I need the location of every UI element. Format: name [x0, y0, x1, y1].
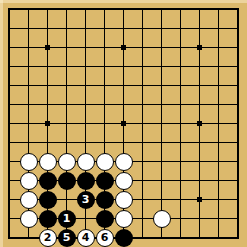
- intersection-c13r8: [228, 133, 247, 152]
- white-stone: [115, 191, 133, 209]
- intersection-c1r7: [0, 114, 19, 133]
- white-stone: [20, 153, 38, 171]
- intersection-c9r8: [152, 133, 171, 152]
- intersection-c5r5: [76, 76, 95, 95]
- intersection-c3r1: [38, 0, 57, 19]
- intersection-c12r13: [209, 228, 228, 247]
- white-stone-move-2: 2: [39, 229, 57, 247]
- intersection-c13r11: [228, 190, 247, 209]
- intersection-c3r7: [38, 114, 57, 133]
- intersection-c4r12: 1: [57, 209, 76, 228]
- intersection-c4r7: [57, 114, 76, 133]
- intersection-c9r6: [152, 95, 171, 114]
- intersection-c6r2: [95, 19, 114, 38]
- intersection-c7r11: [114, 190, 133, 209]
- intersection-c8r13: [133, 228, 152, 247]
- intersection-c13r2: [228, 19, 247, 38]
- intersection-c5r2: [76, 19, 95, 38]
- intersection-c6r9: [95, 152, 114, 171]
- intersection-c9r2: [152, 19, 171, 38]
- intersection-c13r4: [228, 57, 247, 76]
- white-stone-move-6: 6: [96, 229, 114, 247]
- intersection-c3r6: [38, 95, 57, 114]
- intersection-c1r8: [0, 133, 19, 152]
- intersection-c10r7: [171, 114, 190, 133]
- intersection-c13r7: [228, 114, 247, 133]
- intersection-c5r1: [76, 0, 95, 19]
- intersection-c8r9: [133, 152, 152, 171]
- white-stone: [77, 153, 95, 171]
- intersection-c1r11: [0, 190, 19, 209]
- intersection-c5r8: [76, 133, 95, 152]
- intersection-c10r9: [171, 152, 190, 171]
- intersection-c8r6: [133, 95, 152, 114]
- intersection-c13r5: [228, 76, 247, 95]
- intersection-c1r9: [0, 152, 19, 171]
- intersection-c9r13: [152, 228, 171, 247]
- intersection-c11r2: [190, 19, 209, 38]
- star-point: [121, 121, 126, 126]
- intersection-c2r6: [19, 95, 38, 114]
- intersection-c13r13: [228, 228, 247, 247]
- intersection-c5r7: [76, 114, 95, 133]
- white-stone: [20, 191, 38, 209]
- intersection-c3r2: [38, 19, 57, 38]
- white-stone: [58, 153, 76, 171]
- intersection-c3r11: [38, 190, 57, 209]
- intersection-c6r10: [95, 171, 114, 190]
- intersection-c9r9: [152, 152, 171, 171]
- intersection-c6r8: [95, 133, 114, 152]
- intersection-c7r4: [114, 57, 133, 76]
- intersection-c11r5: [190, 76, 209, 95]
- intersection-c8r5: [133, 76, 152, 95]
- intersection-c9r5: [152, 76, 171, 95]
- intersection-c10r4: [171, 57, 190, 76]
- intersection-c8r10: [133, 171, 152, 190]
- intersection-c8r12: [133, 209, 152, 228]
- intersection-c13r10: [228, 171, 247, 190]
- black-stone-move-5: 5: [58, 229, 76, 247]
- board-grid: 312546: [0, 0, 247, 247]
- intersection-c2r7: [19, 114, 38, 133]
- intersection-c3r10: [38, 171, 57, 190]
- intersection-c7r7: [114, 114, 133, 133]
- intersection-c11r9: [190, 152, 209, 171]
- intersection-c12r1: [209, 0, 228, 19]
- intersection-c7r10: [114, 171, 133, 190]
- intersection-c5r11: 3: [76, 190, 95, 209]
- intersection-c7r1: [114, 0, 133, 19]
- intersection-c3r13: 2: [38, 228, 57, 247]
- intersection-c9r1: [152, 0, 171, 19]
- intersection-c3r4: [38, 57, 57, 76]
- intersection-c8r4: [133, 57, 152, 76]
- intersection-c2r1: [19, 0, 38, 19]
- white-stone-move-4: 4: [77, 229, 95, 247]
- intersection-c13r9: [228, 152, 247, 171]
- intersection-c1r6: [0, 95, 19, 114]
- intersection-c3r12: [38, 209, 57, 228]
- intersection-c6r1: [95, 0, 114, 19]
- intersection-c10r10: [171, 171, 190, 190]
- intersection-c3r3: [38, 38, 57, 57]
- intersection-c3r8: [38, 133, 57, 152]
- intersection-c2r5: [19, 76, 38, 95]
- intersection-c10r5: [171, 76, 190, 95]
- intersection-c6r5: [95, 76, 114, 95]
- white-stone: [20, 210, 38, 228]
- intersection-c7r12: [114, 209, 133, 228]
- intersection-c4r5: [57, 76, 76, 95]
- intersection-c8r1: [133, 0, 152, 19]
- white-stone: [115, 210, 133, 228]
- intersection-c1r4: [0, 57, 19, 76]
- black-stone: [58, 172, 76, 190]
- intersection-c1r5: [0, 76, 19, 95]
- star-point: [197, 121, 202, 126]
- intersection-c4r1: [57, 0, 76, 19]
- star-point: [45, 121, 50, 126]
- intersection-c2r8: [19, 133, 38, 152]
- intersection-c13r12: [228, 209, 247, 228]
- intersection-c1r12: [0, 209, 19, 228]
- intersection-c11r7: [190, 114, 209, 133]
- intersection-c4r2: [57, 19, 76, 38]
- white-stone: [96, 153, 114, 171]
- intersection-c11r4: [190, 57, 209, 76]
- intersection-c4r6: [57, 95, 76, 114]
- intersection-c8r11: [133, 190, 152, 209]
- intersection-c13r1: [228, 0, 247, 19]
- star-point: [197, 197, 202, 202]
- intersection-c11r10: [190, 171, 209, 190]
- intersection-c7r6: [114, 95, 133, 114]
- star-point: [121, 45, 126, 50]
- intersection-c3r9: [38, 152, 57, 171]
- intersection-c1r13: [0, 228, 19, 247]
- black-stone-move-1: 1: [58, 210, 76, 228]
- white-stone: [115, 153, 133, 171]
- white-stone: [39, 153, 57, 171]
- intersection-c4r11: [57, 190, 76, 209]
- intersection-c1r1: [0, 0, 19, 19]
- star-point: [197, 45, 202, 50]
- intersection-c9r4: [152, 57, 171, 76]
- intersection-c8r2: [133, 19, 152, 38]
- intersection-c8r8: [133, 133, 152, 152]
- intersection-c13r3: [228, 38, 247, 57]
- intersection-c3r5: [38, 76, 57, 95]
- black-stone: [115, 229, 133, 247]
- intersection-c12r6: [209, 95, 228, 114]
- intersection-c12r8: [209, 133, 228, 152]
- white-stone: [153, 210, 171, 228]
- intersection-c6r13: 6: [95, 228, 114, 247]
- intersection-c8r3: [133, 38, 152, 57]
- intersection-c7r9: [114, 152, 133, 171]
- star-point: [45, 45, 50, 50]
- black-stone: [77, 172, 95, 190]
- intersection-c10r11: [171, 190, 190, 209]
- intersection-c11r1: [190, 0, 209, 19]
- intersection-c11r8: [190, 133, 209, 152]
- black-stone-move-3: 3: [77, 191, 95, 209]
- intersection-c9r7: [152, 114, 171, 133]
- intersection-c11r3: [190, 38, 209, 57]
- intersection-c7r2: [114, 19, 133, 38]
- intersection-c9r3: [152, 38, 171, 57]
- intersection-c5r13: 4: [76, 228, 95, 247]
- intersection-c1r10: [0, 171, 19, 190]
- intersection-c10r2: [171, 19, 190, 38]
- intersection-c7r8: [114, 133, 133, 152]
- intersection-c1r3: [0, 38, 19, 57]
- intersection-c9r11: [152, 190, 171, 209]
- intersection-c6r3: [95, 38, 114, 57]
- black-stone: [39, 191, 57, 209]
- intersection-c2r2: [19, 19, 38, 38]
- intersection-c12r3: [209, 38, 228, 57]
- intersection-c6r11: [95, 190, 114, 209]
- intersection-c4r8: [57, 133, 76, 152]
- intersection-c6r12: [95, 209, 114, 228]
- intersection-c2r11: [19, 190, 38, 209]
- black-stone: [96, 191, 114, 209]
- intersection-c6r7: [95, 114, 114, 133]
- intersection-c10r12: [171, 209, 190, 228]
- white-stone: [20, 172, 38, 190]
- intersection-c5r4: [76, 57, 95, 76]
- intersection-c10r1: [171, 0, 190, 19]
- white-stone: [115, 172, 133, 190]
- intersection-c13r6: [228, 95, 247, 114]
- black-stone: [96, 172, 114, 190]
- intersection-c11r12: [190, 209, 209, 228]
- intersection-c7r3: [114, 38, 133, 57]
- intersection-c4r4: [57, 57, 76, 76]
- intersection-c5r12: [76, 209, 95, 228]
- intersection-c2r10: [19, 171, 38, 190]
- intersection-c5r6: [76, 95, 95, 114]
- intersection-c12r11: [209, 190, 228, 209]
- intersection-c12r5: [209, 76, 228, 95]
- intersection-c12r2: [209, 19, 228, 38]
- intersection-c12r7: [209, 114, 228, 133]
- intersection-c12r10: [209, 171, 228, 190]
- intersection-c1r2: [0, 19, 19, 38]
- intersection-c11r6: [190, 95, 209, 114]
- intersection-c2r13: [19, 228, 38, 247]
- intersection-c10r6: [171, 95, 190, 114]
- intersection-c7r13: [114, 228, 133, 247]
- black-stone: [96, 210, 114, 228]
- intersection-c10r13: [171, 228, 190, 247]
- intersection-c5r9: [76, 152, 95, 171]
- intersection-c9r12: [152, 209, 171, 228]
- intersection-c4r10: [57, 171, 76, 190]
- go-board: 312546: [0, 0, 247, 247]
- intersection-c7r5: [114, 76, 133, 95]
- intersection-c9r10: [152, 171, 171, 190]
- intersection-c6r6: [95, 95, 114, 114]
- intersection-c11r11: [190, 190, 209, 209]
- black-stone: [39, 172, 57, 190]
- intersection-c2r4: [19, 57, 38, 76]
- intersection-c12r9: [209, 152, 228, 171]
- black-stone: [39, 210, 57, 228]
- intersection-c4r9: [57, 152, 76, 171]
- intersection-c2r3: [19, 38, 38, 57]
- intersection-c6r4: [95, 57, 114, 76]
- intersection-c12r12: [209, 209, 228, 228]
- intersection-c10r3: [171, 38, 190, 57]
- intersection-c12r4: [209, 57, 228, 76]
- intersection-c8r7: [133, 114, 152, 133]
- intersection-c10r8: [171, 133, 190, 152]
- intersection-c2r9: [19, 152, 38, 171]
- intersection-c5r10: [76, 171, 95, 190]
- intersection-c2r12: [19, 209, 38, 228]
- intersection-c11r13: [190, 228, 209, 247]
- intersection-c4r3: [57, 38, 76, 57]
- intersection-c4r13: 5: [57, 228, 76, 247]
- intersection-c5r3: [76, 38, 95, 57]
